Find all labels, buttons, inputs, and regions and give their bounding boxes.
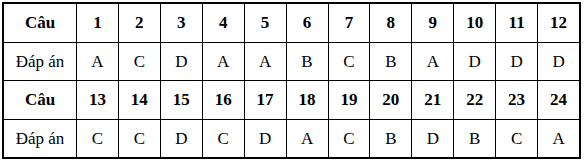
question-number-cell: 4 — [203, 4, 244, 42]
question-number-cell: 8 — [370, 4, 411, 42]
answer-cell: D — [412, 120, 453, 158]
row-header-question-2: Câu — [4, 81, 76, 119]
answer-cell: C — [119, 120, 160, 158]
question-number-cell: 12 — [538, 4, 579, 42]
question-number-cell: 17 — [245, 81, 286, 119]
question-number-cell: 19 — [329, 81, 370, 119]
answer-cell: B — [454, 120, 495, 158]
question-number-cell: 9 — [412, 4, 453, 42]
answer-cell: D — [161, 43, 202, 81]
answer-cell: D — [496, 43, 537, 81]
answer-cell: B — [370, 43, 411, 81]
answer-cell: A — [77, 43, 118, 81]
answer-cell: D — [245, 120, 286, 158]
answer-cell: C — [496, 120, 537, 158]
answer-cell: C — [203, 120, 244, 158]
question-number-cell: 2 — [119, 4, 160, 42]
question-number-cell: 14 — [119, 81, 160, 119]
answer-cell: D — [161, 120, 202, 158]
question-number-cell: 23 — [496, 81, 537, 119]
answer-cell: C — [329, 120, 370, 158]
question-number-cell: 1 — [77, 4, 118, 42]
question-number-cell: 21 — [412, 81, 453, 119]
question-number-cell: 6 — [287, 4, 328, 42]
answer-cell: A — [412, 43, 453, 81]
question-number-cell: 20 — [370, 81, 411, 119]
answer-cell: C — [77, 120, 118, 158]
answer-cell: A — [538, 120, 579, 158]
answer-cell: C — [119, 43, 160, 81]
question-number-cell: 7 — [329, 4, 370, 42]
question-number-cell: 16 — [203, 81, 244, 119]
answer-cell: C — [329, 43, 370, 81]
answer-cell: A — [203, 43, 244, 81]
question-number-cell: 13 — [77, 81, 118, 119]
question-number-cell: 3 — [161, 4, 202, 42]
row-header-answer-1: Đáp án — [4, 43, 76, 81]
answer-key-table: Câu 1 2 3 4 5 6 7 8 9 10 11 12 Đáp án A … — [2, 2, 581, 159]
question-number-cell: 24 — [538, 81, 579, 119]
answer-cell: D — [454, 43, 495, 81]
answer-cell: D — [538, 43, 579, 81]
answer-cell: A — [245, 43, 286, 81]
question-number-cell: 15 — [161, 81, 202, 119]
row-header-question-1: Câu — [4, 4, 76, 42]
question-number-cell: 10 — [454, 4, 495, 42]
answer-cell: A — [287, 120, 328, 158]
answer-cell: B — [370, 120, 411, 158]
answer-cell: B — [287, 43, 328, 81]
question-number-cell: 11 — [496, 4, 537, 42]
question-number-cell: 22 — [454, 81, 495, 119]
row-header-answer-2: Đáp án — [4, 120, 76, 158]
question-number-cell: 5 — [245, 4, 286, 42]
question-number-cell: 18 — [287, 81, 328, 119]
